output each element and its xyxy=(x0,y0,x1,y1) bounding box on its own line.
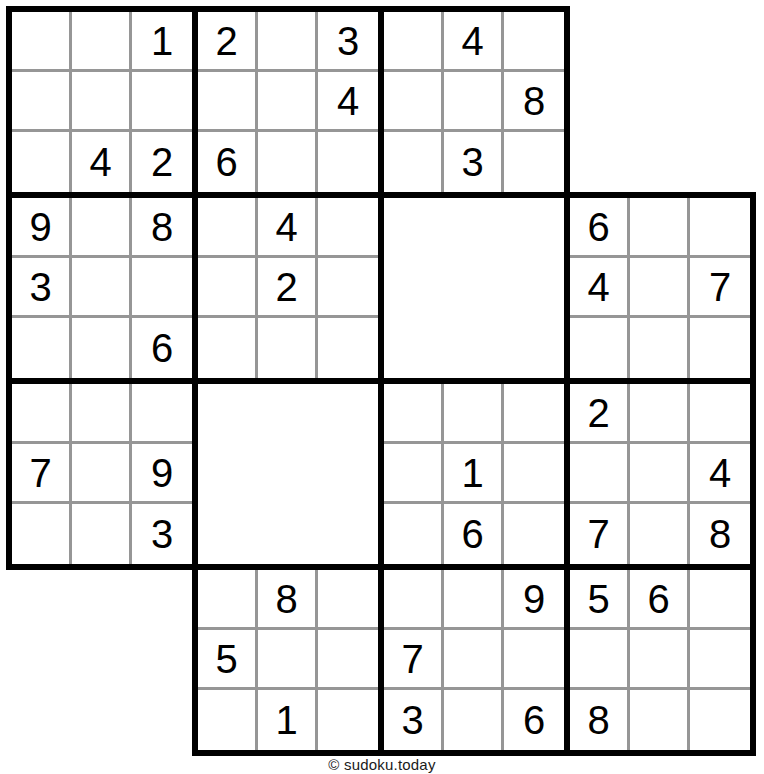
cell-r1c6[interactable]: 3 xyxy=(318,12,378,72)
cell-r12c5[interactable]: 1 xyxy=(258,690,318,750)
cell-r5c10[interactable]: 4 xyxy=(570,258,630,318)
cell-r6c4[interactable] xyxy=(198,318,258,378)
cell-r7c12[interactable] xyxy=(690,384,750,444)
cell-r9c11[interactable] xyxy=(630,504,690,564)
cell-r9c2[interactable] xyxy=(72,504,132,564)
box-br2-bc2: 42 xyxy=(192,192,384,384)
box-br2-bc4: 647 xyxy=(564,192,756,384)
cell-r10c5[interactable]: 8 xyxy=(258,570,318,630)
cell-r7c7[interactable] xyxy=(384,384,444,444)
cell-r4c12[interactable] xyxy=(690,198,750,258)
cell-r5c12[interactable]: 7 xyxy=(690,258,750,318)
cell-r3c1[interactable] xyxy=(12,132,72,192)
cell-r7c2[interactable] xyxy=(72,384,132,444)
cell-r2c9[interactable]: 8 xyxy=(504,72,564,132)
cell-r12c10[interactable]: 8 xyxy=(570,690,630,750)
cell-r3c2[interactable]: 4 xyxy=(72,132,132,192)
cell-r4c10[interactable]: 6 xyxy=(570,198,630,258)
cell-r7c8[interactable] xyxy=(444,384,504,444)
box-br1-bc3: 483 xyxy=(378,6,570,198)
cell-r4c11[interactable] xyxy=(630,198,690,258)
cell-r11c12[interactable] xyxy=(690,630,750,690)
cell-r12c12[interactable] xyxy=(690,690,750,750)
cell-r1c4[interactable]: 2 xyxy=(198,12,258,72)
cell-r3c4[interactable]: 6 xyxy=(198,132,258,192)
cell-r1c5[interactable] xyxy=(258,12,318,72)
cell-r7c3[interactable] xyxy=(132,384,192,444)
cell-r2c5[interactable] xyxy=(258,72,318,132)
cell-r8c8[interactable]: 1 xyxy=(444,444,504,504)
cell-r2c7[interactable] xyxy=(384,72,444,132)
cell-r1c7[interactable] xyxy=(384,12,444,72)
cell-r12c8[interactable] xyxy=(444,690,504,750)
cell-r12c7[interactable]: 3 xyxy=(384,690,444,750)
cell-r12c9[interactable]: 6 xyxy=(504,690,564,750)
cell-r6c3[interactable]: 6 xyxy=(132,318,192,378)
cell-r8c9[interactable] xyxy=(504,444,564,504)
cell-r8c3[interactable]: 9 xyxy=(132,444,192,504)
sudoku-board: 14223464839836426477931624788519736568 xyxy=(0,0,764,764)
cell-r11c10[interactable] xyxy=(570,630,630,690)
box-br3-bc3: 16 xyxy=(378,378,570,570)
cell-r8c1[interactable]: 7 xyxy=(12,444,72,504)
cell-r2c8[interactable] xyxy=(444,72,504,132)
cell-r2c1[interactable] xyxy=(12,72,72,132)
cell-r5c5[interactable]: 2 xyxy=(258,258,318,318)
cell-r10c11[interactable]: 6 xyxy=(630,570,690,630)
cell-r8c7[interactable] xyxy=(384,444,444,504)
cell-r6c1[interactable] xyxy=(12,318,72,378)
cell-r6c2[interactable] xyxy=(72,318,132,378)
cell-r12c11[interactable] xyxy=(630,690,690,750)
cell-r12c6[interactable] xyxy=(318,690,378,750)
copyright-credit: © sudoku.today xyxy=(0,756,764,773)
cell-r10c4[interactable] xyxy=(198,570,258,630)
cell-r10c6[interactable] xyxy=(318,570,378,630)
cell-r7c9[interactable] xyxy=(504,384,564,444)
puzzle-page: 14223464839836426477931624788519736568 ©… xyxy=(0,0,764,774)
cell-r6c12[interactable] xyxy=(690,318,750,378)
cell-r11c8[interactable] xyxy=(444,630,504,690)
cell-r1c3[interactable]: 1 xyxy=(132,12,192,72)
cell-r3c7[interactable] xyxy=(384,132,444,192)
cell-r6c6[interactable] xyxy=(318,318,378,378)
cell-r1c8[interactable]: 4 xyxy=(444,12,504,72)
box-br2-bc1: 9836 xyxy=(6,192,198,384)
cell-r3c5[interactable] xyxy=(258,132,318,192)
cell-r8c11[interactable] xyxy=(630,444,690,504)
cell-r5c2[interactable] xyxy=(72,258,132,318)
cell-r9c9[interactable] xyxy=(504,504,564,564)
cell-r12c4[interactable] xyxy=(198,690,258,750)
cell-r2c2[interactable] xyxy=(72,72,132,132)
cell-r3c9[interactable] xyxy=(504,132,564,192)
cell-r5c4[interactable] xyxy=(198,258,258,318)
cell-r11c9[interactable] xyxy=(504,630,564,690)
cell-r7c1[interactable] xyxy=(12,384,72,444)
cell-r2c4[interactable] xyxy=(198,72,258,132)
cell-r10c12[interactable] xyxy=(690,570,750,630)
cell-r1c1[interactable] xyxy=(12,12,72,72)
box-br1-bc2: 2346 xyxy=(192,6,384,198)
cell-r10c9[interactable]: 9 xyxy=(504,570,564,630)
cell-r10c7[interactable] xyxy=(384,570,444,630)
cell-r10c10[interactable]: 5 xyxy=(570,570,630,630)
cell-r4c1[interactable]: 9 xyxy=(12,198,72,258)
cell-r8c10[interactable] xyxy=(570,444,630,504)
cell-r9c8[interactable]: 6 xyxy=(444,504,504,564)
cell-r11c4[interactable]: 5 xyxy=(198,630,258,690)
cell-r3c3[interactable]: 2 xyxy=(132,132,192,192)
cell-r4c2[interactable] xyxy=(72,198,132,258)
cell-r11c6[interactable] xyxy=(318,630,378,690)
cell-r3c6[interactable] xyxy=(318,132,378,192)
cell-r10c8[interactable] xyxy=(444,570,504,630)
cell-r9c7[interactable] xyxy=(384,504,444,564)
box-br3-bc1: 793 xyxy=(6,378,198,570)
cell-r7c11[interactable] xyxy=(630,384,690,444)
cell-r6c10[interactable] xyxy=(570,318,630,378)
hole-box-br3-bc2 xyxy=(192,378,384,570)
cell-r4c4[interactable] xyxy=(198,198,258,258)
cell-r7c10[interactable]: 2 xyxy=(570,384,630,444)
cell-r5c6[interactable] xyxy=(318,258,378,318)
box-br1-bc1: 142 xyxy=(6,6,198,198)
cell-r9c12[interactable]: 8 xyxy=(690,504,750,564)
cell-r6c11[interactable] xyxy=(630,318,690,378)
cell-r3c8[interactable]: 3 xyxy=(444,132,504,192)
cell-r9c1[interactable] xyxy=(12,504,72,564)
cell-r6c5[interactable] xyxy=(258,318,318,378)
cell-r1c9[interactable] xyxy=(504,12,564,72)
cell-r4c3[interactable]: 8 xyxy=(132,198,192,258)
box-br3-bc4: 2478 xyxy=(564,378,756,570)
box-br4-bc3: 9736 xyxy=(378,564,570,756)
cell-r4c6[interactable] xyxy=(318,198,378,258)
cell-r11c11[interactable] xyxy=(630,630,690,690)
cell-r2c6[interactable]: 4 xyxy=(318,72,378,132)
hole-box-br2-bc3 xyxy=(378,192,570,384)
cell-r9c3[interactable]: 3 xyxy=(132,504,192,564)
cell-r9c10[interactable]: 7 xyxy=(570,504,630,564)
cell-r11c5[interactable] xyxy=(258,630,318,690)
cell-r8c2[interactable] xyxy=(72,444,132,504)
cell-r5c1[interactable]: 3 xyxy=(12,258,72,318)
cell-r8c12[interactable]: 4 xyxy=(690,444,750,504)
box-br4-bc2: 851 xyxy=(192,564,384,756)
cell-r5c11[interactable] xyxy=(630,258,690,318)
cell-r2c3[interactable] xyxy=(132,72,192,132)
cell-r11c7[interactable]: 7 xyxy=(384,630,444,690)
cell-r5c3[interactable] xyxy=(132,258,192,318)
cell-r4c5[interactable]: 4 xyxy=(258,198,318,258)
cell-r1c2[interactable] xyxy=(72,12,132,72)
box-br4-bc4: 568 xyxy=(564,564,756,756)
